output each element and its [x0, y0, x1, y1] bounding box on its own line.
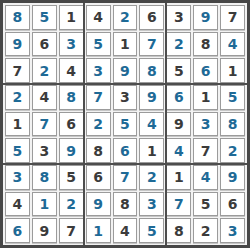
sudoku-cell-r4c1[interactable]: 2: [5, 85, 30, 110]
sudoku-cell-r6c3[interactable]: 9: [59, 138, 84, 163]
sudoku-cell-r2c6[interactable]: 7: [139, 32, 164, 57]
sudoku-cell-r5c2[interactable]: 7: [32, 112, 57, 137]
sudoku-cell-r2c7[interactable]: 2: [166, 32, 191, 57]
sudoku-cell-r6c6[interactable]: 1: [139, 138, 164, 163]
sudoku-cell-r6c4[interactable]: 8: [86, 138, 111, 163]
sudoku-cell-r3c4[interactable]: 3: [86, 58, 111, 83]
sudoku-cell-r9c3[interactable]: 7: [59, 218, 84, 243]
sudoku-cell-r3c3[interactable]: 4: [59, 58, 84, 83]
block-separator-horizontal-2: [3, 163, 247, 165]
sudoku-cell-r5c3[interactable]: 6: [59, 112, 84, 137]
sudoku-cell-r2c9[interactable]: 4: [220, 32, 245, 57]
sudoku-cell-r6c5[interactable]: 6: [113, 138, 138, 163]
sudoku-cell-r4c9[interactable]: 5: [220, 85, 245, 110]
sudoku-cell-r4c2[interactable]: 4: [32, 85, 57, 110]
sudoku-cell-r1c1[interactable]: 8: [5, 5, 30, 30]
sudoku-cell-r1c9[interactable]: 7: [220, 5, 245, 30]
sudoku-cell-r1c3[interactable]: 1: [59, 5, 84, 30]
sudoku-cell-r6c1[interactable]: 5: [5, 138, 30, 163]
sudoku-cell-r3c9[interactable]: 1: [220, 58, 245, 83]
sudoku-cell-r6c8[interactable]: 7: [193, 138, 218, 163]
sudoku-cell-r8c9[interactable]: 6: [220, 192, 245, 217]
sudoku-cell-r9c4[interactable]: 1: [86, 218, 111, 243]
sudoku-cell-r4c4[interactable]: 7: [86, 85, 111, 110]
sudoku-cell-r8c7[interactable]: 7: [166, 192, 191, 217]
sudoku-cell-r2c1[interactable]: 9: [5, 32, 30, 57]
sudoku-cell-r1c8[interactable]: 9: [193, 5, 218, 30]
sudoku-cell-r5c8[interactable]: 3: [193, 112, 218, 137]
sudoku-cell-r2c8[interactable]: 8: [193, 32, 218, 57]
sudoku-cell-r7c5[interactable]: 7: [113, 165, 138, 190]
sudoku-cell-r7c7[interactable]: 1: [166, 165, 191, 190]
sudoku-cell-r3c2[interactable]: 2: [32, 58, 57, 83]
sudoku-cell-r2c5[interactable]: 1: [113, 32, 138, 57]
sudoku-cell-r7c1[interactable]: 3: [5, 165, 30, 190]
sudoku-cell-r7c8[interactable]: 4: [193, 165, 218, 190]
sudoku-cell-r5c6[interactable]: 4: [139, 112, 164, 137]
block-separator-vertical-2: [165, 3, 167, 245]
sudoku-cell-r3c7[interactable]: 5: [166, 58, 191, 83]
sudoku-cell-r5c5[interactable]: 5: [113, 112, 138, 137]
sudoku-cell-r9c1[interactable]: 6: [5, 218, 30, 243]
sudoku-cell-r9c8[interactable]: 2: [193, 218, 218, 243]
sudoku-cell-r4c5[interactable]: 3: [113, 85, 138, 110]
sudoku-cell-r3c5[interactable]: 9: [113, 58, 138, 83]
sudoku-board: 8514263979635172847243985612487396151762…: [0, 0, 250, 248]
sudoku-cell-r4c8[interactable]: 1: [193, 85, 218, 110]
sudoku-cell-r7c6[interactable]: 2: [139, 165, 164, 190]
sudoku-cell-r9c2[interactable]: 9: [32, 218, 57, 243]
sudoku-cell-r1c7[interactable]: 3: [166, 5, 191, 30]
sudoku-cell-r7c9[interactable]: 9: [220, 165, 245, 190]
sudoku-cell-r1c5[interactable]: 2: [113, 5, 138, 30]
sudoku-cell-r3c1[interactable]: 7: [5, 58, 30, 83]
sudoku-cell-r8c5[interactable]: 8: [113, 192, 138, 217]
sudoku-cell-r7c3[interactable]: 5: [59, 165, 84, 190]
sudoku-cell-r3c6[interactable]: 8: [139, 58, 164, 83]
sudoku-cell-r4c7[interactable]: 6: [166, 85, 191, 110]
sudoku-cell-r9c9[interactable]: 3: [220, 218, 245, 243]
sudoku-cell-r1c2[interactable]: 5: [32, 5, 57, 30]
sudoku-cell-r9c5[interactable]: 4: [113, 218, 138, 243]
block-separator-vertical-1: [83, 3, 85, 245]
sudoku-cell-r6c2[interactable]: 3: [32, 138, 57, 163]
sudoku-cell-r9c6[interactable]: 5: [139, 218, 164, 243]
sudoku-cell-r7c2[interactable]: 8: [32, 165, 57, 190]
sudoku-cell-r9c7[interactable]: 8: [166, 218, 191, 243]
sudoku-cell-r8c1[interactable]: 4: [5, 192, 30, 217]
sudoku-cell-r8c8[interactable]: 5: [193, 192, 218, 217]
sudoku-cell-r7c4[interactable]: 6: [86, 165, 111, 190]
sudoku-cell-r8c2[interactable]: 1: [32, 192, 57, 217]
sudoku-cell-r5c1[interactable]: 1: [5, 112, 30, 137]
sudoku-cell-r5c4[interactable]: 2: [86, 112, 111, 137]
block-separator-horizontal-1: [3, 83, 247, 85]
sudoku-cell-r6c9[interactable]: 2: [220, 138, 245, 163]
sudoku-cell-r8c6[interactable]: 3: [139, 192, 164, 217]
sudoku-cell-r4c3[interactable]: 8: [59, 85, 84, 110]
sudoku-cell-r4c6[interactable]: 9: [139, 85, 164, 110]
sudoku-cell-r5c7[interactable]: 9: [166, 112, 191, 137]
sudoku-cell-r1c4[interactable]: 4: [86, 5, 111, 30]
sudoku-cell-r1c6[interactable]: 6: [139, 5, 164, 30]
sudoku-cell-r8c3[interactable]: 2: [59, 192, 84, 217]
sudoku-cell-r5c9[interactable]: 8: [220, 112, 245, 137]
sudoku-cell-r3c8[interactable]: 6: [193, 58, 218, 83]
sudoku-cell-r6c7[interactable]: 4: [166, 138, 191, 163]
sudoku-cell-r2c3[interactable]: 3: [59, 32, 84, 57]
sudoku-cell-r8c4[interactable]: 9: [86, 192, 111, 217]
sudoku-cell-r2c2[interactable]: 6: [32, 32, 57, 57]
sudoku-cell-r2c4[interactable]: 5: [86, 32, 111, 57]
